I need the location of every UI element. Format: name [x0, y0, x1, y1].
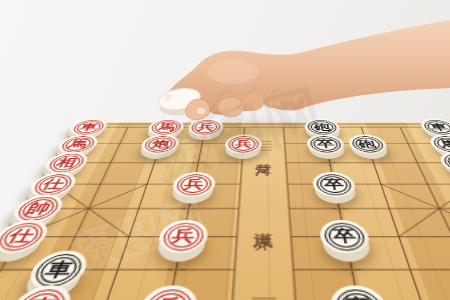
index-fingernail — [197, 108, 205, 114]
ring-fingertip — [242, 93, 264, 111]
hand-silhouette — [164, 20, 450, 117]
middle-fingertip — [218, 97, 244, 117]
thumb-fingernail — [164, 94, 172, 100]
knuckle-highlight — [207, 60, 259, 84]
hand-and-held-piece — [0, 0, 450, 300]
xiangqi-photo-scene: 楚河 漢界 車馬兵砲車馬炮兵卒砲馬相象仕兵卒士帥将仕兵卒車兵車卒 — [0, 0, 450, 300]
